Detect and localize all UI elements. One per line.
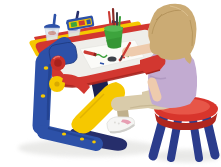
frame-dot [80, 138, 84, 141]
frame-dot [92, 141, 96, 144]
girl-near-arm [152, 82, 157, 97]
girl-hair [148, 4, 196, 60]
scribble-dark [108, 56, 117, 61]
crayon-art-blue [86, 19, 91, 24]
yellow-wheel-hub [54, 81, 59, 86]
frame-upright [41, 62, 44, 126]
product-photo [0, 0, 221, 167]
cup-contents [48, 31, 56, 35]
frame-dot [44, 66, 49, 69]
frame-dot [41, 94, 46, 97]
knob-center [54, 59, 62, 67]
pencil-cup-rim [104, 25, 123, 31]
scene-illustration [0, 0, 221, 167]
frame-dot [62, 133, 66, 136]
